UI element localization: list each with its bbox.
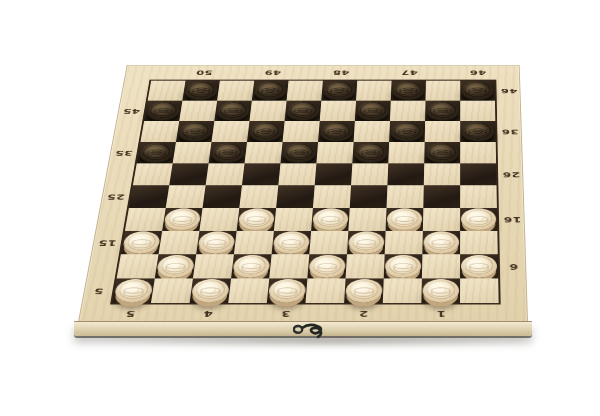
coord-label-bottom-3: 3: [280, 309, 290, 319]
coord-label-left-15: 15: [97, 238, 117, 247]
coord-label-top-48: 48: [332, 69, 349, 77]
draughts-board: ⛂⛂⛂⛂⛂⛂⛂⛂⛂⛂⛂⛂⛂⛂⛂⛂⛂⛂⛂⛂⛀⛀⛀⛀⛀⛀⛀⛀⛀⛀⛀⛀⛀⛀⛀⛀⛀⛀⛀⛀…: [78, 65, 528, 322]
coord-label-right-46: 46: [500, 87, 517, 95]
coord-label-bottom-1: 1: [436, 309, 446, 319]
coord-labels: 504948474654321453525155463626166: [79, 65, 527, 321]
coord-label-top-50: 50: [195, 69, 213, 77]
coord-label-bottom-5: 5: [124, 309, 135, 319]
perspective-wrapper: ⛂⛂⛂⛂⛂⛂⛂⛂⛂⛂⛂⛂⛂⛂⛂⛂⛂⛂⛂⛂⛀⛀⛀⛀⛀⛀⛀⛀⛀⛀⛀⛀⛀⛀⛀⛀⛀⛀⛀⛀…: [0, 0, 600, 416]
coord-label-left-25: 25: [106, 192, 125, 201]
board-photo-scene: ⛂⛂⛂⛂⛂⛂⛂⛂⛂⛂⛂⛂⛂⛂⛂⛂⛂⛂⛂⛂⛀⛀⛀⛀⛀⛀⛀⛀⛀⛀⛀⛀⛀⛀⛀⛀⛀⛀⛀⛀…: [0, 0, 600, 416]
coord-label-left-45: 45: [122, 107, 141, 115]
coord-label-bottom-4: 4: [202, 309, 213, 319]
coord-label-bottom-2: 2: [358, 309, 368, 319]
coord-label-top-49: 49: [263, 69, 281, 77]
coord-label-right-6: 6: [509, 262, 519, 271]
coord-label-top-46: 46: [469, 69, 486, 77]
board-front-edge: [74, 321, 532, 336]
board-cast-shadow: [100, 336, 520, 348]
coord-label-left-35: 35: [114, 149, 133, 157]
coord-label-left-5: 5: [93, 286, 104, 296]
coord-label-top-47: 47: [400, 69, 417, 77]
coord-label-right-16: 16: [503, 215, 521, 224]
coord-label-right-26: 26: [502, 170, 520, 178]
coord-label-right-36: 36: [501, 127, 519, 135]
